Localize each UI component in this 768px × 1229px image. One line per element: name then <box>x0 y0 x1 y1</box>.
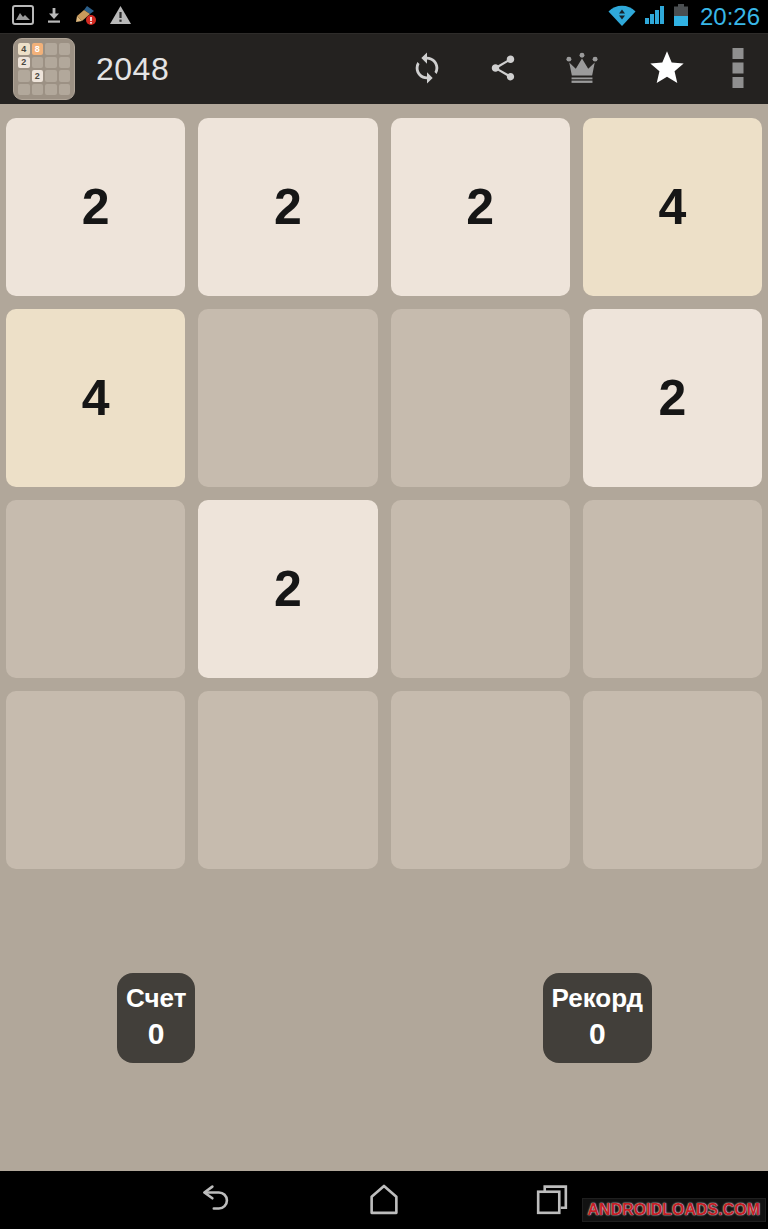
score-panel: Счет 0 Рекорд 0 <box>0 973 768 1063</box>
app-icon-cell <box>59 70 71 82</box>
restart-button[interactable] <box>410 51 444 88</box>
app-icon-cell <box>32 84 44 96</box>
app-icon-cell: 2 <box>32 70 44 82</box>
best-score-box: Рекорд 0 <box>543 973 652 1063</box>
score-label: Счет <box>126 984 186 1014</box>
app-icon-cell <box>45 57 57 69</box>
gallery-icon <box>12 5 34 29</box>
tile-cell: 4 <box>583 118 762 296</box>
tile-cell <box>6 500 185 678</box>
status-bar-system: 20:26 <box>607 0 764 33</box>
warning-icon <box>109 5 132 29</box>
refresh-icon <box>410 51 444 88</box>
home-button[interactable] <box>366 1183 402 1218</box>
home-icon <box>366 1183 402 1218</box>
tile-cell: 2 <box>391 118 570 296</box>
recents-icon <box>534 1183 570 1218</box>
app-icon-cell: 2 <box>18 57 30 69</box>
app-icon-cell: 8 <box>32 43 44 55</box>
app-icon-cell <box>18 84 30 96</box>
tile-cell <box>583 691 762 869</box>
tile-cell <box>391 691 570 869</box>
tile-cell <box>391 500 570 678</box>
app-icon-cell <box>45 70 57 82</box>
tile-cell <box>198 309 377 487</box>
page-title: 2048 <box>96 51 169 88</box>
app-icon-cell <box>45 84 57 96</box>
score-value: 0 <box>126 1017 186 1052</box>
navigation-bar: ANDROIDLOADS.COM <box>0 1171 768 1229</box>
game-area: 2 2 2 4 4 2 2 Счет 0 Рекорд 0 <box>0 104 768 1171</box>
status-bar: 20:26 <box>0 0 768 33</box>
recents-button[interactable] <box>534 1183 570 1218</box>
tile-cell <box>198 691 377 869</box>
app-icon-cell <box>32 57 44 69</box>
status-bar-notifications <box>4 4 607 30</box>
overflow-menu-icon <box>732 47 744 92</box>
star-icon <box>646 48 688 91</box>
app-icon: 4 8 2 2 <box>13 38 75 100</box>
tile-cell <box>391 309 570 487</box>
tile-cell <box>6 691 185 869</box>
action-bar: 4 8 2 2 2048 <box>0 33 768 104</box>
action-bar-buttons <box>410 47 768 92</box>
back-button[interactable] <box>198 1183 234 1218</box>
app-icon-cell <box>59 57 71 69</box>
overflow-menu-button[interactable] <box>732 47 744 92</box>
game-board: 2 2 2 4 4 2 2 <box>0 104 768 869</box>
download-icon <box>45 5 63 29</box>
tile-cell: 2 <box>583 309 762 487</box>
tile-cell: 2 <box>198 118 377 296</box>
tile-grid[interactable]: 2 2 2 4 4 2 2 <box>6 118 762 869</box>
app-icon-cell <box>59 43 71 55</box>
leaderboard-button[interactable] <box>562 50 602 89</box>
app-icon-cell <box>45 43 57 55</box>
tile-cell: 2 <box>6 118 185 296</box>
back-icon <box>198 1183 234 1218</box>
best-score-value: 0 <box>552 1017 643 1052</box>
crown-icon <box>562 50 602 89</box>
tile-cell: 2 <box>198 500 377 678</box>
best-score-label: Рекорд <box>552 984 643 1014</box>
tile-cell: 4 <box>6 309 185 487</box>
status-clock: 20:26 <box>700 0 760 33</box>
battery-icon <box>673 3 689 31</box>
favorite-button[interactable] <box>646 48 688 91</box>
signal-icon <box>644 4 666 30</box>
share-button[interactable] <box>488 53 518 86</box>
app-icon-cell: 4 <box>18 43 30 55</box>
share-icon <box>488 53 518 86</box>
watermark: ANDROIDLOADS.COM <box>582 1198 766 1222</box>
clean-brush-notification-icon <box>74 4 98 30</box>
wifi-icon <box>607 3 637 31</box>
tile-cell <box>583 500 762 678</box>
app-icon-cell <box>59 84 71 96</box>
app-icon-cell <box>18 70 30 82</box>
score-box: Счет 0 <box>117 973 195 1063</box>
